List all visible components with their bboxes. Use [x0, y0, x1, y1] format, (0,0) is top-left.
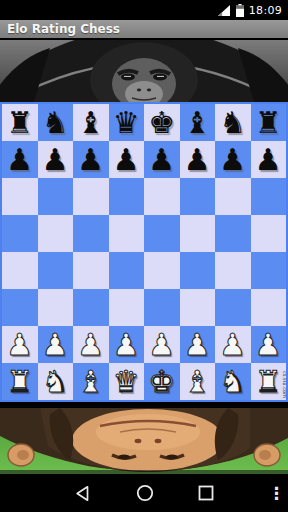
square-g3[interactable]: [215, 289, 251, 326]
white-rook: ♜: [255, 363, 282, 400]
square-h4[interactable]: [251, 252, 287, 289]
square-a6[interactable]: [2, 178, 38, 215]
square-b6[interactable]: [38, 178, 74, 215]
square-a7[interactable]: ♟: [2, 141, 38, 178]
white-pawn: ♟: [77, 326, 104, 363]
black-pawn: ♟: [6, 141, 33, 178]
square-e6[interactable]: [144, 178, 180, 215]
white-knight: ♞: [42, 363, 69, 400]
white-pawn: ♟: [255, 326, 282, 363]
square-f7[interactable]: ♟: [180, 141, 216, 178]
white-pawn: ♟: [6, 326, 33, 363]
square-a5[interactable]: [2, 215, 38, 252]
black-pawn: ♟: [184, 141, 211, 178]
clock: 18:09: [249, 4, 282, 17]
white-pawn: ♟: [148, 326, 175, 363]
square-b1[interactable]: ♞: [38, 363, 74, 400]
title-bar: Elo Rating Chess: [0, 20, 288, 38]
square-f1[interactable]: ♝: [180, 363, 216, 400]
square-h8[interactable]: ♜: [251, 104, 287, 141]
square-e4[interactable]: [144, 252, 180, 289]
black-queen: ♛: [113, 104, 140, 141]
black-pawn: ♟: [77, 141, 104, 178]
square-e3[interactable]: [144, 289, 180, 326]
square-g1[interactable]: ♞: [215, 363, 251, 400]
square-h2[interactable]: ♟: [251, 326, 287, 363]
square-f3[interactable]: [180, 289, 216, 326]
square-e1[interactable]: ♚: [144, 363, 180, 400]
square-c1[interactable]: ♝: [73, 363, 109, 400]
black-king: ♚: [148, 104, 175, 141]
square-b2[interactable]: ♟: [38, 326, 74, 363]
square-c4[interactable]: [73, 252, 109, 289]
square-c2[interactable]: ♟: [73, 326, 109, 363]
square-h3[interactable]: [251, 289, 287, 326]
app-title: Elo Rating Chess: [7, 22, 120, 36]
square-b5[interactable]: [38, 215, 74, 252]
white-pawn: ♟: [219, 326, 246, 363]
top-banner-chimp-image: [0, 40, 288, 102]
square-c3[interactable]: [73, 289, 109, 326]
square-a2[interactable]: ♟: [2, 326, 38, 363]
white-pawn: ♟: [113, 326, 140, 363]
square-c5[interactable]: [73, 215, 109, 252]
black-pawn: ♟: [219, 141, 246, 178]
square-f4[interactable]: [180, 252, 216, 289]
android-nav-bar: ⋮: [0, 474, 288, 512]
square-d6[interactable]: [109, 178, 145, 215]
square-d8[interactable]: ♛: [109, 104, 145, 141]
square-g5[interactable]: [215, 215, 251, 252]
square-g6[interactable]: [215, 178, 251, 215]
battery-icon: [236, 4, 244, 17]
square-h6[interactable]: [251, 178, 287, 215]
square-d5[interactable]: [109, 215, 145, 252]
square-c6[interactable]: [73, 178, 109, 215]
chess-board: ♜♞♝♛♚♝♞♜♟♟♟♟♟♟♟♟♟♟♟♟♟♟♟♟♜♞♝♛♚♝♞♜: [2, 104, 286, 400]
square-g2[interactable]: ♟: [215, 326, 251, 363]
phone-screen: 18:09 Elo Rating Chess: [0, 0, 288, 512]
square-h1[interactable]: ♜: [251, 363, 287, 400]
square-c7[interactable]: ♟: [73, 141, 109, 178]
black-pawn: ♟: [255, 141, 282, 178]
square-g4[interactable]: [215, 252, 251, 289]
square-f6[interactable]: [180, 178, 216, 215]
square-d2[interactable]: ♟: [109, 326, 145, 363]
white-knight: ♞: [219, 363, 246, 400]
black-pawn: ♟: [148, 141, 175, 178]
square-b3[interactable]: [38, 289, 74, 326]
overflow-icon[interactable]: ⋮: [268, 485, 282, 502]
square-f2[interactable]: ♟: [180, 326, 216, 363]
square-g7[interactable]: ♟: [215, 141, 251, 178]
black-rook: ♜: [6, 104, 33, 141]
square-a1[interactable]: ♜: [2, 363, 38, 400]
square-f8[interactable]: ♝: [180, 104, 216, 141]
signal-icon: [218, 5, 231, 16]
square-f5[interactable]: [180, 215, 216, 252]
status-bar: 18:09: [0, 0, 288, 20]
watermark-text: cs.sra.com: [282, 371, 288, 398]
square-d4[interactable]: [109, 252, 145, 289]
white-pawn: ♟: [184, 326, 211, 363]
back-icon[interactable]: [74, 485, 91, 502]
square-e8[interactable]: ♚: [144, 104, 180, 141]
square-c8[interactable]: ♝: [73, 104, 109, 141]
square-b4[interactable]: [38, 252, 74, 289]
white-queen: ♛: [113, 363, 140, 400]
square-b7[interactable]: ♟: [38, 141, 74, 178]
square-a4[interactable]: [2, 252, 38, 289]
square-d7[interactable]: ♟: [109, 141, 145, 178]
square-h5[interactable]: [251, 215, 287, 252]
square-b8[interactable]: ♞: [38, 104, 74, 141]
square-e5[interactable]: [144, 215, 180, 252]
black-bishop: ♝: [77, 104, 104, 141]
black-knight: ♞: [219, 104, 246, 141]
square-d3[interactable]: [109, 289, 145, 326]
black-bishop: ♝: [184, 104, 211, 141]
home-icon[interactable]: [136, 484, 154, 502]
white-bishop: ♝: [77, 363, 104, 400]
black-rook: ♜: [255, 104, 282, 141]
square-e2[interactable]: ♟: [144, 326, 180, 363]
bottom-banner-chimp-image: [0, 408, 288, 474]
black-knight: ♞: [42, 104, 69, 141]
square-e7[interactable]: ♟: [144, 141, 180, 178]
black-pawn: ♟: [113, 141, 140, 178]
white-pawn: ♟: [42, 326, 69, 363]
chess-board-frame: ♜♞♝♛♚♝♞♜♟♟♟♟♟♟♟♟♟♟♟♟♟♟♟♟♜♞♝♛♚♝♞♜ cs.sra.…: [0, 102, 288, 402]
white-rook: ♜: [6, 363, 33, 400]
square-h7[interactable]: ♟: [251, 141, 287, 178]
white-king: ♚: [148, 363, 175, 400]
square-d1[interactable]: ♛: [109, 363, 145, 400]
white-bishop: ♝: [184, 363, 211, 400]
square-g8[interactable]: ♞: [215, 104, 251, 141]
recents-icon[interactable]: [198, 485, 214, 501]
square-a3[interactable]: [2, 289, 38, 326]
square-a8[interactable]: ♜: [2, 104, 38, 141]
black-pawn: ♟: [42, 141, 69, 178]
